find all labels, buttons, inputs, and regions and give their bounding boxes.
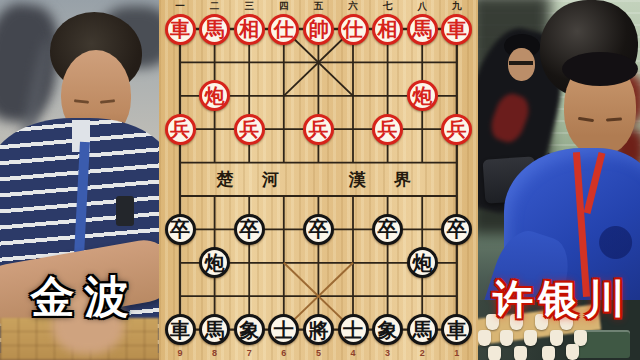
piece-black-r10c8[interactable]: 馬 [407,314,438,345]
right-player-fringe [562,52,638,86]
file-label-bottom-5: 5 [307,348,329,358]
piece-black-r10c5[interactable]: 將 [303,314,334,345]
piece-black-r10c2[interactable]: 馬 [199,314,230,345]
file-label-bottom-2: 8 [204,348,226,358]
video-frame: 金波 一二三四五六七八九987654321楚 河漢 界車馬相仕帥仕相馬車炮炮兵兵… [0,0,640,360]
river-text-left: 楚 河 [189,170,306,189]
white-piece-blur [514,346,527,360]
file-label-top-9: 九 [446,1,468,11]
piece-red-r4c3[interactable]: 兵 [234,114,265,145]
piece-black-r10c1[interactable]: 車 [165,314,196,345]
file-label-bottom-4: 6 [273,348,295,358]
piece-black-r7c5[interactable]: 卒 [303,214,334,245]
file-label-bottom-8: 2 [411,348,433,358]
file-label-bottom-6: 4 [342,348,364,358]
piece-black-r10c3[interactable]: 象 [234,314,265,345]
piece-black-r10c7[interactable]: 象 [372,314,403,345]
piece-red-r4c7[interactable]: 兵 [372,114,403,145]
piece-red-r1c1[interactable]: 車 [165,14,196,45]
piece-red-r4c1[interactable]: 兵 [165,114,196,145]
piece-red-r3c8[interactable]: 炮 [407,80,438,111]
file-label-bottom-1: 9 [169,348,191,358]
piece-black-r7c9[interactable]: 卒 [441,214,472,245]
white-piece-blur [524,330,537,346]
piece-red-r1c5[interactable]: 帥 [303,14,334,45]
file-label-top-5: 五 [307,1,329,11]
piece-red-r1c7[interactable]: 相 [372,14,403,45]
file-label-bottom-9: 1 [446,348,468,358]
file-label-top-2: 二 [204,1,226,11]
piece-red-r1c8[interactable]: 馬 [407,14,438,45]
left-player-photo: 金波 [0,0,159,360]
file-label-bottom-7: 3 [377,348,399,358]
right-player-photo: 许银川 [478,0,640,360]
file-label-top-4: 四 [273,1,295,11]
piece-red-r1c6[interactable]: 仕 [338,14,369,45]
file-label-top-3: 三 [238,1,260,11]
piece-red-r1c4[interactable]: 仕 [268,14,299,45]
file-label-top-8: 八 [411,1,433,11]
left-player-name: 金波 [0,274,159,322]
white-piece-blur [542,346,555,360]
piece-red-r1c9[interactable]: 車 [441,14,472,45]
piece-black-r7c1[interactable]: 卒 [165,214,196,245]
white-piece-blur [478,330,491,346]
left-player-badge [116,196,134,226]
xiangqi-board: 一二三四五六七八九987654321楚 河漢 界車馬相仕帥仕相馬車炮炮兵兵兵兵兵… [159,0,478,360]
file-label-bottom-3: 7 [238,348,260,358]
piece-black-r10c6[interactable]: 士 [338,314,369,345]
file-label-top-7: 七 [377,1,399,11]
piece-red-r1c2[interactable]: 馬 [199,14,230,45]
piece-red-r1c3[interactable]: 相 [234,14,265,45]
piece-black-r7c3[interactable]: 卒 [234,214,265,245]
referee-glasses [509,61,533,65]
piece-red-r4c5[interactable]: 兵 [303,114,334,145]
file-label-top-1: 一 [169,1,191,11]
river-text-right: 漢 界 [321,170,438,189]
piece-black-r8c8[interactable]: 炮 [407,247,438,278]
piece-black-r7c7[interactable]: 卒 [372,214,403,245]
white-piece-blur [500,330,513,346]
white-piece-blur [488,346,501,360]
right-player-name: 许银川 [478,278,640,322]
file-label-top-6: 六 [342,1,364,11]
white-piece-blur [566,344,579,360]
white-piece-blur [550,330,563,346]
piece-red-r4c9[interactable]: 兵 [441,114,472,145]
